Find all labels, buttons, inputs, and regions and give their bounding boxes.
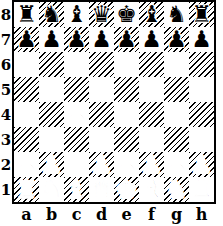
white-queen-icon: ♛♕ bbox=[89, 177, 114, 202]
square-a1[interactable]: ♜♖ bbox=[14, 177, 39, 202]
rank-label-7: 7 bbox=[0, 27, 12, 52]
white-pawn-icon: ♟♙ bbox=[89, 152, 114, 177]
file-label-h: h bbox=[189, 205, 214, 224]
black-queen-icon: ♛ bbox=[89, 2, 114, 27]
file-label-c: c bbox=[64, 205, 89, 224]
square-g3[interactable] bbox=[164, 127, 189, 152]
white-pawn-icon: ♟♙ bbox=[14, 152, 39, 177]
square-g5[interactable] bbox=[164, 77, 189, 102]
rank-label-3: 3 bbox=[0, 127, 12, 152]
square-h1[interactable]: ♜♖ bbox=[189, 177, 214, 202]
square-b2[interactable]: ♟♙ bbox=[39, 152, 64, 177]
rank-label-5: 5 bbox=[0, 77, 12, 102]
square-c7[interactable]: ♟ bbox=[64, 27, 89, 52]
black-king-icon: ♚ bbox=[114, 2, 139, 27]
black-knight-icon: ♞ bbox=[39, 2, 64, 27]
chess-diagram: 87654321 ♜♞♝♛♚♝♞♜♟♟♟♟♟♟♟♟♟♙♟♙♟♙♟♙♟♙♟♙♟♙♟… bbox=[0, 0, 223, 226]
rank-label-4: 4 bbox=[0, 102, 12, 127]
square-d4[interactable] bbox=[89, 102, 114, 127]
black-pawn-icon: ♟ bbox=[39, 27, 64, 52]
square-g8[interactable]: ♞ bbox=[164, 2, 189, 27]
black-pawn-icon: ♟ bbox=[189, 27, 214, 52]
black-pawn-icon: ♟ bbox=[114, 27, 139, 52]
white-pawn-icon: ♟♙ bbox=[139, 152, 164, 177]
file-label-g: g bbox=[164, 205, 189, 224]
black-pawn-icon: ♟ bbox=[64, 27, 89, 52]
white-knight-icon: ♞♘ bbox=[39, 177, 64, 202]
square-c3[interactable] bbox=[64, 127, 89, 152]
black-rook-icon: ♜ bbox=[14, 2, 39, 27]
file-label-b: b bbox=[39, 205, 64, 224]
rank-labels: 87654321 bbox=[0, 2, 12, 202]
black-pawn-icon: ♟ bbox=[89, 27, 114, 52]
rank-label-8: 8 bbox=[0, 2, 12, 27]
square-g7[interactable]: ♟ bbox=[164, 27, 189, 52]
white-pawn-icon: ♟♙ bbox=[189, 152, 214, 177]
white-bishop-icon: ♝♗ bbox=[139, 177, 164, 202]
square-f6[interactable] bbox=[139, 52, 164, 77]
square-b8[interactable]: ♞ bbox=[39, 2, 64, 27]
square-c1[interactable]: ♝♗ bbox=[64, 177, 89, 202]
square-a5[interactable] bbox=[14, 77, 39, 102]
square-h8[interactable]: ♜ bbox=[189, 2, 214, 27]
square-d6[interactable] bbox=[89, 52, 114, 77]
square-g4[interactable] bbox=[164, 102, 189, 127]
square-h4[interactable] bbox=[189, 102, 214, 127]
square-f3[interactable] bbox=[139, 127, 164, 152]
square-a6[interactable] bbox=[14, 52, 39, 77]
square-h3[interactable] bbox=[189, 127, 214, 152]
white-pawn-icon: ♟♙ bbox=[164, 152, 189, 177]
square-e3[interactable] bbox=[114, 127, 139, 152]
white-rook-icon: ♜♖ bbox=[189, 177, 214, 202]
square-c5[interactable] bbox=[64, 77, 89, 102]
black-bishop-icon: ♝ bbox=[64, 2, 89, 27]
square-b3[interactable] bbox=[39, 127, 64, 152]
black-knight-icon: ♞ bbox=[164, 2, 189, 27]
square-d1[interactable]: ♛♕ bbox=[89, 177, 114, 202]
square-b7[interactable]: ♟ bbox=[39, 27, 64, 52]
square-e1[interactable]: ♚♔ bbox=[114, 177, 139, 202]
square-c4[interactable]: ♟♙ bbox=[64, 102, 89, 127]
square-b4[interactable] bbox=[39, 102, 64, 127]
black-rook-icon: ♜ bbox=[189, 2, 214, 27]
file-label-e: e bbox=[114, 205, 139, 224]
file-label-d: d bbox=[89, 205, 114, 224]
white-rook-icon: ♜♖ bbox=[14, 177, 39, 202]
square-e7[interactable]: ♟ bbox=[114, 27, 139, 52]
square-b1[interactable]: ♞♘ bbox=[39, 177, 64, 202]
square-d3[interactable] bbox=[89, 127, 114, 152]
square-c6[interactable] bbox=[64, 52, 89, 77]
black-pawn-icon: ♟ bbox=[139, 27, 164, 52]
rank-label-2: 2 bbox=[0, 152, 12, 177]
file-label-f: f bbox=[139, 205, 164, 224]
square-a4[interactable] bbox=[14, 102, 39, 127]
file-label-a: a bbox=[14, 205, 39, 224]
square-e6[interactable] bbox=[114, 52, 139, 77]
square-e2[interactable]: ♟♙ bbox=[114, 152, 139, 177]
file-labels: abcdefgh bbox=[14, 205, 214, 224]
square-e5[interactable] bbox=[114, 77, 139, 102]
black-pawn-icon: ♟ bbox=[14, 27, 39, 52]
square-b6[interactable] bbox=[39, 52, 64, 77]
square-h7[interactable]: ♟ bbox=[189, 27, 214, 52]
square-d5[interactable] bbox=[89, 77, 114, 102]
square-a2[interactable]: ♟♙ bbox=[14, 152, 39, 177]
square-f8[interactable]: ♝ bbox=[139, 2, 164, 27]
square-h2[interactable]: ♟♙ bbox=[189, 152, 214, 177]
white-knight-icon: ♞♘ bbox=[164, 177, 189, 202]
white-bishop-icon: ♝♗ bbox=[64, 177, 89, 202]
square-e4[interactable] bbox=[114, 102, 139, 127]
square-d2[interactable]: ♟♙ bbox=[89, 152, 114, 177]
square-f5[interactable] bbox=[139, 77, 164, 102]
square-g1[interactable]: ♞♘ bbox=[164, 177, 189, 202]
square-c8[interactable]: ♝ bbox=[64, 2, 89, 27]
square-f7[interactable]: ♟ bbox=[139, 27, 164, 52]
black-bishop-icon: ♝ bbox=[139, 2, 164, 27]
square-d8[interactable]: ♛ bbox=[89, 2, 114, 27]
white-pawn-icon: ♟♙ bbox=[114, 152, 139, 177]
square-h5[interactable] bbox=[189, 77, 214, 102]
square-a7[interactable]: ♟ bbox=[14, 27, 39, 52]
square-f1[interactable]: ♝♗ bbox=[139, 177, 164, 202]
square-c2[interactable] bbox=[64, 152, 89, 177]
white-king-icon: ♚♔ bbox=[114, 177, 139, 202]
square-a8[interactable]: ♜ bbox=[14, 2, 39, 27]
black-pawn-icon: ♟ bbox=[164, 27, 189, 52]
square-d7[interactable]: ♟ bbox=[89, 27, 114, 52]
rank-label-1: 1 bbox=[0, 177, 12, 202]
square-f2[interactable]: ♟♙ bbox=[139, 152, 164, 177]
white-pawn-icon: ♟♙ bbox=[64, 102, 89, 127]
chess-board: ♜♞♝♛♚♝♞♜♟♟♟♟♟♟♟♟♟♙♟♙♟♙♟♙♟♙♟♙♟♙♟♙♜♖♞♘♝♗♛♕… bbox=[12, 0, 216, 204]
square-g2[interactable]: ♟♙ bbox=[164, 152, 189, 177]
white-pawn-icon: ♟♙ bbox=[39, 152, 64, 177]
square-a3[interactable] bbox=[14, 127, 39, 152]
square-e8[interactable]: ♚ bbox=[114, 2, 139, 27]
square-f4[interactable] bbox=[139, 102, 164, 127]
square-h6[interactable] bbox=[189, 52, 214, 77]
rank-label-6: 6 bbox=[0, 52, 12, 77]
square-b5[interactable] bbox=[39, 77, 64, 102]
square-g6[interactable] bbox=[164, 52, 189, 77]
